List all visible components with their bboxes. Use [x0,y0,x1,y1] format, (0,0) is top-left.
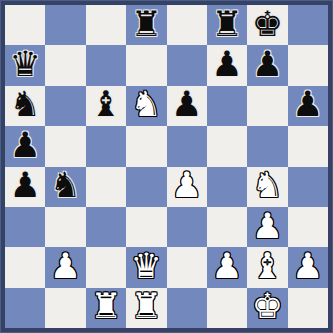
square-b5[interactable] [45,126,85,166]
square-f1[interactable] [207,288,247,328]
square-a6[interactable]: ♞ [5,86,45,126]
square-b8[interactable] [45,5,85,45]
square-e5[interactable] [167,126,207,166]
piece-black-knight[interactable]: ♞ [50,168,81,203]
piece-black-rook[interactable]: ♜ [131,7,162,42]
square-b2[interactable]: ♟ [45,247,85,287]
square-a3[interactable] [5,207,45,247]
square-d1[interactable]: ♜ [126,288,166,328]
square-b4[interactable]: ♞ [45,167,85,207]
square-f8[interactable]: ♜ [207,5,247,45]
square-c6[interactable]: ♝ [86,86,126,126]
square-c1[interactable]: ♜ [86,288,126,328]
square-h4[interactable] [288,167,328,207]
square-h1[interactable] [288,288,328,328]
square-a7[interactable]: ♛ [5,45,45,85]
square-a8[interactable] [5,5,45,45]
piece-black-queen[interactable]: ♛ [9,47,40,82]
square-c5[interactable] [86,126,126,166]
piece-white-pawn[interactable]: ♟ [171,168,202,203]
piece-black-pawn[interactable]: ♟ [292,87,323,122]
square-b6[interactable] [45,86,85,126]
piece-white-rook[interactable]: ♜ [90,289,121,324]
square-b3[interactable] [45,207,85,247]
square-a5[interactable]: ♟ [5,126,45,166]
square-e6[interactable]: ♟ [167,86,207,126]
square-f7[interactable]: ♟ [207,45,247,85]
square-d7[interactable] [126,45,166,85]
square-g6[interactable] [247,86,287,126]
square-b7[interactable] [45,45,85,85]
square-e4[interactable]: ♟ [167,167,207,207]
square-a1[interactable] [5,288,45,328]
square-e2[interactable] [167,247,207,287]
square-a2[interactable] [5,247,45,287]
chess-board: ♜♜♚♛♟♟♞♝♞♟♟♟♟♞♟♞♟♟♛♟♝♟♜♜♚ [5,5,328,328]
piece-black-pawn[interactable]: ♟ [252,47,283,82]
square-h2[interactable]: ♟ [288,247,328,287]
square-h3[interactable] [288,207,328,247]
piece-black-knight[interactable]: ♞ [9,87,40,122]
square-h5[interactable] [288,126,328,166]
square-f4[interactable] [207,167,247,207]
square-d3[interactable] [126,207,166,247]
piece-white-queen[interactable]: ♛ [131,249,162,284]
piece-white-pawn[interactable]: ♟ [50,249,81,284]
piece-black-bishop[interactable]: ♝ [90,87,121,122]
piece-black-pawn[interactable]: ♟ [9,128,40,163]
square-h7[interactable] [288,45,328,85]
square-g3[interactable]: ♟ [247,207,287,247]
piece-black-king[interactable]: ♚ [252,7,283,42]
square-g5[interactable] [247,126,287,166]
square-e1[interactable] [167,288,207,328]
piece-white-pawn[interactable]: ♟ [211,249,242,284]
square-d5[interactable] [126,126,166,166]
piece-black-pawn[interactable]: ♟ [171,87,202,122]
square-e8[interactable] [167,5,207,45]
piece-white-king[interactable]: ♚ [252,289,283,324]
square-a4[interactable]: ♟ [5,167,45,207]
square-e7[interactable] [167,45,207,85]
square-d4[interactable] [126,167,166,207]
square-e3[interactable] [167,207,207,247]
piece-white-pawn[interactable]: ♟ [252,209,283,244]
piece-black-rook[interactable]: ♜ [211,7,242,42]
piece-black-pawn[interactable]: ♟ [9,168,40,203]
piece-white-pawn[interactable]: ♟ [292,249,323,284]
square-f2[interactable]: ♟ [207,247,247,287]
square-h8[interactable] [288,5,328,45]
square-d6[interactable]: ♞ [126,86,166,126]
square-g8[interactable]: ♚ [247,5,287,45]
piece-white-knight[interactable]: ♞ [131,87,162,122]
square-c3[interactable] [86,207,126,247]
square-g2[interactable]: ♝ [247,247,287,287]
square-d2[interactable]: ♛ [126,247,166,287]
piece-white-bishop[interactable]: ♝ [252,249,283,284]
square-g7[interactable]: ♟ [247,45,287,85]
piece-white-knight[interactable]: ♞ [252,168,283,203]
square-d8[interactable]: ♜ [126,5,166,45]
piece-black-pawn[interactable]: ♟ [211,47,242,82]
board-frame: ♜♜♚♛♟♟♞♝♞♟♟♟♟♞♟♞♟♟♛♟♝♟♜♜♚ [0,0,333,333]
square-c8[interactable] [86,5,126,45]
square-c4[interactable] [86,167,126,207]
square-c2[interactable] [86,247,126,287]
square-h6[interactable]: ♟ [288,86,328,126]
piece-white-rook[interactable]: ♜ [131,289,162,324]
square-f5[interactable] [207,126,247,166]
square-f6[interactable] [207,86,247,126]
square-f3[interactable] [207,207,247,247]
square-g1[interactable]: ♚ [247,288,287,328]
square-c7[interactable] [86,45,126,85]
square-b1[interactable] [45,288,85,328]
square-g4[interactable]: ♞ [247,167,287,207]
